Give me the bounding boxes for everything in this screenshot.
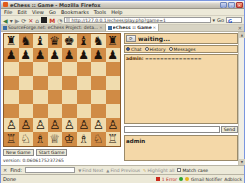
new-game-button[interactable]: New Game [3,149,34,156]
find-close-icon[interactable]: ✕ [3,167,7,173]
square-f6[interactable] [77,62,92,76]
stop-button[interactable]: ✕ [28,17,33,24]
square-e7[interactable]: ♟ [62,48,77,62]
square-b1[interactable]: ♘ [19,132,34,146]
square-c1[interactable]: ♗ [33,132,48,146]
menu-bar: File Edit View Go Bookmarks Tools Help [1,9,244,16]
black-pawn[interactable]: ♟ [35,49,46,61]
match-case-option[interactable]: Match case [177,168,208,173]
bookmarks-icon[interactable] [41,17,47,23]
menu-edit[interactable]: Edit [17,9,27,15]
online-status-icon[interactable] [179,177,183,181]
square-h6[interactable] [106,62,121,76]
tab-close-icon[interactable]: ✕ [153,25,156,30]
square-f8[interactable]: ♝ [77,34,92,48]
tab-label: eChess :: Game [113,25,152,30]
chat-area: admin: =============== [124,54,238,124]
square-c7[interactable]: ♟ [33,48,48,62]
black-king[interactable]: ♚ [64,35,75,47]
square-f7[interactable]: ♟ [77,48,92,62]
black-pawn[interactable]: ♟ [107,49,118,61]
square-c5[interactable] [33,76,48,90]
view-option-chat[interactable]: Chat [126,47,142,52]
square-a4[interactable] [4,90,19,104]
page-status: Done [3,176,16,182]
square-b5[interactable] [19,76,34,90]
gmail-notifier-label[interactable]: Gmail Notifier [191,177,222,182]
menu-bookmarks[interactable]: Bookmarks [61,9,89,15]
back-dropdown[interactable]: ▾ [10,17,13,24]
square-f3[interactable] [77,104,92,118]
square-a3[interactable] [4,104,19,118]
square-d2[interactable]: ♙ [48,118,63,132]
tab-close-icon[interactable]: ✕ [99,25,102,30]
chess-board: ♜♞♝♛♚♝♞♜♟♟♟♟♟♟♟♟♙♙♙♙♙♙♙♙♖♘♗♕♔♗♘♖ [3,33,121,147]
close-tab-button[interactable]: ✕ [238,25,244,31]
side-panel: ⟳ waiting... Chat History Messages [124,33,238,161]
square-f1[interactable]: ♗ [77,132,92,146]
square-a6[interactable] [4,62,19,76]
square-c8[interactable]: ♝ [33,34,48,48]
square-g8[interactable]: ♞ [91,34,106,48]
site-favicon [66,18,70,22]
square-c6[interactable] [33,62,48,76]
black-bishop[interactable]: ♝ [35,35,46,47]
start-game-button[interactable]: Start Game [36,149,68,156]
menu-go[interactable]: Go [49,9,56,15]
menu-view[interactable]: View [32,9,44,15]
home-button[interactable]: ⌂ [35,17,39,24]
chat-sender: admin: [126,56,144,61]
radio-messages[interactable] [169,47,173,51]
tab-favicon [108,26,112,30]
title-bar: eChess :: Game - Mozilla Firefox _ □ ✕ [1,1,244,9]
square-h5[interactable] [106,76,121,90]
square-e4[interactable] [62,90,77,104]
maximize-button[interactable]: □ [228,2,235,8]
minimize-button[interactable]: _ [220,2,227,8]
done-label: Done [3,176,16,182]
square-f5[interactable] [77,76,92,90]
highlight-all-button[interactable]: ✎ Highlight all [143,168,174,173]
square-e6[interactable] [62,62,77,76]
view-label: History [150,47,166,52]
square-d3[interactable] [48,104,63,118]
square-h2[interactable]: ♙ [106,118,121,132]
black-pawn[interactable]: ♟ [6,49,17,61]
square-e1[interactable]: ♔ [62,132,77,146]
find-bar: ✕ Find: ▼ Find Next ▲ Find Previous ✎ Hi… [1,165,244,174]
view-selector: Chat History Messages [124,45,238,53]
white-rook[interactable]: ♖ [107,133,118,145]
white-bishop[interactable]: ♗ [35,133,46,145]
white-pawn[interactable]: ♙ [64,119,75,131]
radio-chat[interactable] [126,47,130,51]
url-dropdown[interactable]: ▾ [213,17,216,23]
square-g2[interactable]: ♙ [91,118,106,132]
white-pawn[interactable]: ♙ [35,119,46,131]
square-a2[interactable]: ♙ [4,118,19,132]
white-pawn[interactable]: ♙ [49,119,60,131]
menu-file[interactable]: File [4,9,12,15]
square-h1[interactable]: ♖ [106,132,121,146]
browser-window: eChess :: Game - Mozilla Firefox _ □ ✕ F… [0,0,245,183]
square-a8[interactable]: ♜ [4,34,19,48]
waiting-status: waiting... [138,35,170,42]
black-pawn[interactable]: ♟ [20,49,31,61]
tab-echess-game[interactable]: eChess :: Game ✕ [106,24,160,31]
find-input[interactable] [25,167,75,173]
square-h7[interactable]: ♟ [106,48,121,62]
white-knight[interactable]: ♘ [20,133,31,145]
square-g7[interactable]: ♟ [91,48,106,62]
status-row: ⟳ waiting... [124,33,238,44]
find-next-button[interactable]: ▼ Find Next [78,168,103,173]
square-b3[interactable] [19,104,34,118]
error-count[interactable]: 1 Error [162,177,177,182]
url-bar[interactable]: http://127.0.0.1/echess/play.php?game=1 [64,17,210,23]
view-option-messages[interactable]: Messages [169,47,196,52]
window-title: eChess :: Game - Mozilla Firefox [10,2,220,8]
arrow-up-icon: ▲ [106,168,109,173]
send-button[interactable]: Send [221,126,238,133]
square-d1[interactable]: ♕ [48,132,63,146]
chat-text: =============== [145,56,202,61]
vertical-scrollbar[interactable]: ▲ ▼ [238,32,244,165]
white-king[interactable]: ♔ [64,133,75,145]
square-c4[interactable] [33,90,48,104]
version-text: version: 0.0606175237265 [3,158,64,163]
menu-tools[interactable]: Tools [94,9,106,15]
square-c3[interactable] [33,104,48,118]
square-b6[interactable] [19,62,34,76]
match-case-checkbox[interactable] [177,168,181,172]
square-g1[interactable]: ♘ [91,132,106,146]
go-button[interactable]: Go [217,17,224,23]
square-a7[interactable]: ♟ [4,48,19,62]
square-c2[interactable]: ♙ [33,118,48,132]
square-h4[interactable] [106,90,121,104]
view-label: Messages [174,47,196,52]
square-d7[interactable]: ♟ [48,48,63,62]
status-bar: Done 1 Error Gmail Notifier Adblock [1,174,244,183]
square-f4[interactable] [77,90,92,104]
view-label: Chat [131,47,142,52]
square-e2[interactable]: ♙ [62,118,77,132]
url-text[interactable]: http://127.0.0.1/echess/play.php?game=1 [71,18,166,23]
white-rook[interactable]: ♖ [6,133,17,145]
black-queen[interactable]: ♛ [49,35,60,47]
radio-history[interactable] [145,47,149,51]
adblock-label[interactable]: Adblock [224,177,242,182]
black-knight[interactable]: ♞ [93,35,104,47]
white-pawn[interactable]: ♙ [20,119,31,131]
black-rook[interactable]: ♜ [6,35,17,47]
white-knight[interactable]: ♘ [93,133,104,145]
page-content: ♜♞♝♛♚♝♞♜♟♟♟♟♟♟♟♟♙♙♙♙♙♙♙♙♖♘♗♕♔♗♘♖ New Gam… [1,32,244,165]
white-pawn[interactable]: ♙ [6,119,17,131]
square-d8[interactable]: ♛ [48,34,63,48]
square-e5[interactable] [62,76,77,90]
square-f2[interactable]: ♙ [77,118,92,132]
firefox-icon [3,2,8,7]
square-g3[interactable] [91,104,106,118]
white-pawn[interactable]: ♙ [93,119,104,131]
square-h8[interactable]: ♜ [106,34,121,48]
highlighter-icon: ✎ [143,168,146,173]
square-h3[interactable] [106,104,121,118]
square-g4[interactable] [91,90,106,104]
square-b4[interactable] [19,90,34,104]
square-e3[interactable] [62,104,77,118]
player-name: admin [126,138,236,144]
history-clock-icon[interactable]: ◔ [57,17,62,24]
tab-sourceforge[interactable]: SourceForge.net: eChess Project: deta...… [1,24,106,31]
search-box[interactable]: G [226,17,242,23]
black-rook[interactable]: ♜ [107,35,118,47]
find-previous-label: Find Previous [110,168,140,173]
tab-label: SourceForge.net: eChess Project: deta... [8,25,98,30]
gmail-icon[interactable]: M [49,17,55,24]
white-pawn[interactable]: ♙ [78,119,89,131]
match-case-label: Match case [182,168,208,173]
find-next-label: Find Next [82,168,103,173]
find-label: Find: [10,167,22,173]
error-icon[interactable] [156,177,160,181]
chat-input-row: Send [124,125,238,134]
white-pawn[interactable]: ♙ [107,119,118,131]
square-d6[interactable] [48,62,63,76]
black-pawn[interactable]: ♟ [78,49,89,61]
black-bishop[interactable]: ♝ [78,35,89,47]
square-e8[interactable]: ♚ [62,34,77,48]
black-pawn[interactable]: ♟ [49,49,60,61]
square-g5[interactable] [91,76,106,90]
square-b2[interactable]: ♙ [19,118,34,132]
chat-input[interactable] [124,126,220,133]
reload-button[interactable]: ⟳ [21,17,26,24]
notifier-icon[interactable] [185,177,189,181]
square-b8[interactable]: ♞ [19,34,34,48]
square-d4[interactable] [48,90,63,104]
tab-strip: SourceForge.net: eChess Project: deta...… [1,25,244,32]
black-pawn[interactable]: ♟ [64,49,75,61]
menu-help[interactable]: Help [111,9,122,15]
back-button[interactable]: ◀ [3,17,8,24]
tab-favicon [3,26,7,30]
arrow-down-icon: ▼ [78,168,81,173]
find-previous-button[interactable]: ▲ Find Previous [106,168,140,173]
view-option-history[interactable]: History [145,47,166,52]
highlight-all-label: Highlight all [147,168,174,173]
player-panel: admin [124,135,238,161]
black-knight[interactable]: ♞ [20,35,31,47]
forward-button[interactable]: ▶ [15,17,20,24]
scroll-up-icon[interactable]: ▲ [239,32,245,38]
square-b7[interactable]: ♟ [19,48,34,62]
refresh-board-button[interactable]: ⟳ [126,35,136,42]
square-d5[interactable] [48,76,63,90]
square-a5[interactable] [4,76,19,90]
square-g6[interactable] [91,62,106,76]
square-a1[interactable]: ♖ [4,132,19,146]
close-button[interactable]: ✕ [236,2,243,8]
white-bishop[interactable]: ♗ [78,133,89,145]
black-pawn[interactable]: ♟ [93,49,104,61]
chat-message: admin: =============== [126,56,236,61]
white-queen[interactable]: ♕ [49,133,60,145]
